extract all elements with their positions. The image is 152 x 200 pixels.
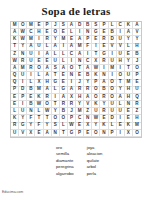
grid-cell: B <box>27 87 35 94</box>
grid-cell: D <box>76 22 84 29</box>
grid-cell: P <box>76 130 84 137</box>
grid-cell: O <box>92 130 100 137</box>
grid-cell: H <box>125 94 133 101</box>
grid-cell: X <box>27 130 35 137</box>
grid-cell: O <box>92 87 100 94</box>
grid-cell: E <box>92 36 100 43</box>
grid-cell: E <box>35 130 43 137</box>
grid-cell: Y <box>19 44 27 51</box>
grid-cell: Q <box>133 94 141 101</box>
grid-cell: F <box>84 44 92 51</box>
grid-cell: Y <box>27 123 35 130</box>
grid-cell: G <box>68 130 76 137</box>
grid-cell: A <box>117 94 125 101</box>
grid-cell: A <box>60 94 68 101</box>
grid-cell: B <box>133 51 141 58</box>
grid-cell: R <box>44 94 52 101</box>
grid-cell: K <box>125 123 133 130</box>
grid-cell: W <box>68 123 76 130</box>
site-credit: Educima.com <box>2 190 23 194</box>
grid-cell: U <box>27 51 35 58</box>
grid-cell: U <box>19 72 27 79</box>
grid-cell: N <box>52 130 60 137</box>
grid-cell: G <box>100 51 108 58</box>
grid-cell: H <box>133 44 141 51</box>
grid-cell: E <box>117 123 125 130</box>
grid-cell: K <box>100 123 108 130</box>
grid-cell: Y <box>44 123 52 130</box>
grid-cell: L <box>52 51 60 58</box>
grid-cell: L <box>109 123 117 130</box>
grid-cell: G <box>60 87 68 94</box>
grid-cell: A <box>68 87 76 94</box>
grid-cell: O <box>92 94 100 101</box>
grid-cell: R <box>100 94 108 101</box>
word-list-column-left: orosemilladiamanteperegrinaalgarrobo <box>56 145 74 177</box>
grid-cell: M <box>35 87 43 94</box>
grid-cell: R <box>27 65 35 72</box>
grid-cell: M <box>133 123 141 130</box>
grid-cell: V <box>109 44 117 51</box>
grid-cell: R <box>76 87 84 94</box>
grid-cell: U <box>117 51 125 58</box>
grid-cell: E <box>100 44 108 51</box>
grid-cell: G <box>19 123 27 130</box>
grid-cell: A <box>44 51 52 58</box>
grid-cell: A <box>27 44 35 51</box>
grid-cell: C <box>68 51 76 58</box>
grid-cell: E <box>27 94 35 101</box>
grid-cell: O <box>133 130 141 137</box>
grid-cell: I <box>84 51 92 58</box>
grid-cell: S <box>52 123 60 130</box>
grid-cell: A <box>52 44 60 51</box>
grid-cell: P <box>109 130 117 137</box>
grid-cell: Z <box>11 51 19 58</box>
word-list: orosemilladiamanteperegrinaalgarrobo joy… <box>56 145 152 177</box>
grid-cell: M <box>76 44 84 51</box>
grid-cell: R <box>84 87 92 94</box>
grid-cell: P <box>11 87 19 94</box>
grid-cell: E <box>11 94 19 101</box>
grid-cell: P <box>19 94 27 101</box>
grid-cell: E <box>125 51 133 58</box>
grid-cell: L <box>60 51 68 58</box>
grid-cell: I <box>92 44 100 51</box>
grid-cell: A <box>68 44 76 51</box>
puzzle-title: Sopa de letras <box>0 5 152 17</box>
grid-cell: F <box>35 123 43 130</box>
grid-cell: T <box>11 44 19 51</box>
grid-cell: U <box>133 87 141 94</box>
grid-cell: U <box>35 44 43 51</box>
grid-cell: R <box>11 123 19 130</box>
grid-cell: D <box>19 87 27 94</box>
word-list-item: algarrobo <box>56 171 74 177</box>
grid-cell: Y <box>92 123 100 130</box>
grid-cell: I <box>117 130 125 137</box>
grid-cell: L <box>52 87 60 94</box>
grid-cell: L <box>125 44 133 51</box>
grid-cell: I <box>52 94 60 101</box>
grid-cell: I <box>60 44 68 51</box>
grid-cell: A <box>44 87 52 94</box>
word-list-column-right: joyaaleacionquilatearbolperla <box>87 145 103 177</box>
grid-cell: O <box>109 87 117 94</box>
grid-cell: B <box>100 87 108 94</box>
grid-cell: E <box>76 123 84 130</box>
grid-cell: E <box>84 130 92 137</box>
grid-cell: H <box>76 94 84 101</box>
grid-cell: A <box>44 130 52 137</box>
grid-cell: K <box>35 94 43 101</box>
grid-cell: L <box>60 123 68 130</box>
grid-cell: I <box>35 51 43 58</box>
grid-cell: N <box>19 51 27 58</box>
grid-cell: X <box>68 94 76 101</box>
grid-cell: L <box>44 44 52 51</box>
grid-cell: X <box>84 123 92 130</box>
grid-cell: V <box>19 130 27 137</box>
word-list-item: perla <box>87 171 103 177</box>
grid-cell: I <box>109 51 117 58</box>
grid-cell: N <box>100 130 108 137</box>
grid-cell: X <box>125 130 133 137</box>
grid-cell: A <box>84 94 92 101</box>
letter-grid: MOMEPJSADBSPLCKAAWCHEOELINGEBIAVKWMIRYME… <box>10 21 142 138</box>
grid-cell: H <box>125 87 133 94</box>
grid-cell: T <box>60 130 68 137</box>
grid-cell: V <box>117 44 125 51</box>
grid-cell: O <box>109 94 117 101</box>
grid-cell: U <box>11 130 19 137</box>
grid-cell: Y <box>117 87 125 94</box>
grid-cell: T <box>92 51 100 58</box>
grid-cell: A <box>76 51 84 58</box>
